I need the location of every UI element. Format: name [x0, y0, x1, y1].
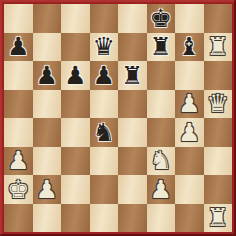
piece-black-pawn[interactable]: ♟	[90, 61, 119, 90]
square-a6[interactable]	[4, 61, 33, 90]
piece-white-pawn[interactable]: ♟	[33, 175, 62, 204]
square-a1[interactable]	[4, 204, 33, 233]
square-f5[interactable]	[147, 90, 176, 119]
square-b7[interactable]	[33, 33, 62, 62]
square-a3[interactable]: ♟	[4, 147, 33, 176]
square-g3[interactable]	[175, 147, 204, 176]
square-c5[interactable]	[61, 90, 90, 119]
square-c7[interactable]	[61, 33, 90, 62]
square-d5[interactable]	[90, 90, 119, 119]
square-g4[interactable]: ♟	[175, 118, 204, 147]
square-e3[interactable]	[118, 147, 147, 176]
square-d7[interactable]: ♛	[90, 33, 119, 62]
square-c8[interactable]	[61, 4, 90, 33]
piece-white-rook[interactable]: ♜	[204, 204, 233, 233]
chess-diagram: ♚♟♛♜♝♜♟♟♟♜♟♛♞♟♟♞♚♟♟♜	[0, 0, 236, 236]
square-g1[interactable]	[175, 204, 204, 233]
piece-black-knight[interactable]: ♞	[90, 118, 119, 147]
square-b4[interactable]	[33, 118, 62, 147]
square-g7[interactable]: ♝	[175, 33, 204, 62]
square-d4[interactable]: ♞	[90, 118, 119, 147]
square-b1[interactable]	[33, 204, 62, 233]
square-b5[interactable]	[33, 90, 62, 119]
square-e4[interactable]	[118, 118, 147, 147]
square-f3[interactable]: ♞	[147, 147, 176, 176]
square-c3[interactable]	[61, 147, 90, 176]
piece-white-pawn[interactable]: ♟	[175, 90, 204, 119]
square-e7[interactable]	[118, 33, 147, 62]
chess-board: ♚♟♛♜♝♜♟♟♟♜♟♛♞♟♟♞♚♟♟♜	[4, 4, 232, 232]
square-f6[interactable]	[147, 61, 176, 90]
square-a2[interactable]: ♚	[4, 175, 33, 204]
square-h4[interactable]	[204, 118, 233, 147]
piece-white-knight[interactable]: ♞	[147, 147, 176, 176]
square-d2[interactable]	[90, 175, 119, 204]
square-h6[interactable]	[204, 61, 233, 90]
piece-black-bishop[interactable]: ♝	[175, 33, 204, 62]
square-e6[interactable]: ♜	[118, 61, 147, 90]
square-f2[interactable]: ♟	[147, 175, 176, 204]
square-h1[interactable]: ♜	[204, 204, 233, 233]
square-f8[interactable]: ♚	[147, 4, 176, 33]
square-a4[interactable]	[4, 118, 33, 147]
square-e8[interactable]	[118, 4, 147, 33]
piece-black-rook[interactable]: ♜	[147, 33, 176, 62]
piece-white-pawn[interactable]: ♟	[147, 175, 176, 204]
square-e5[interactable]	[118, 90, 147, 119]
square-c6[interactable]: ♟	[61, 61, 90, 90]
square-b2[interactable]: ♟	[33, 175, 62, 204]
square-e1[interactable]	[118, 204, 147, 233]
piece-black-pawn[interactable]: ♟	[4, 33, 33, 62]
square-h7[interactable]: ♜	[204, 33, 233, 62]
square-a5[interactable]	[4, 90, 33, 119]
square-g6[interactable]	[175, 61, 204, 90]
piece-white-queen[interactable]: ♛	[204, 90, 233, 119]
square-d6[interactable]: ♟	[90, 61, 119, 90]
square-h8[interactable]	[204, 4, 233, 33]
square-h2[interactable]	[204, 175, 233, 204]
square-a7[interactable]: ♟	[4, 33, 33, 62]
square-g2[interactable]	[175, 175, 204, 204]
square-g5[interactable]: ♟	[175, 90, 204, 119]
square-f4[interactable]	[147, 118, 176, 147]
piece-black-pawn[interactable]: ♟	[61, 61, 90, 90]
square-c4[interactable]	[61, 118, 90, 147]
square-a8[interactable]	[4, 4, 33, 33]
square-c1[interactable]	[61, 204, 90, 233]
piece-white-rook[interactable]: ♜	[204, 33, 233, 62]
square-f1[interactable]	[147, 204, 176, 233]
piece-white-pawn[interactable]: ♟	[4, 147, 33, 176]
piece-white-king[interactable]: ♚	[4, 175, 33, 204]
square-c2[interactable]	[61, 175, 90, 204]
piece-black-king[interactable]: ♚	[147, 4, 176, 33]
piece-black-pawn[interactable]: ♟	[33, 61, 62, 90]
square-d1[interactable]	[90, 204, 119, 233]
square-e2[interactable]	[118, 175, 147, 204]
square-b6[interactable]: ♟	[33, 61, 62, 90]
square-d8[interactable]	[90, 4, 119, 33]
square-g8[interactable]	[175, 4, 204, 33]
square-f7[interactable]: ♜	[147, 33, 176, 62]
piece-white-pawn[interactable]: ♟	[175, 118, 204, 147]
square-h5[interactable]: ♛	[204, 90, 233, 119]
square-d3[interactable]	[90, 147, 119, 176]
piece-black-rook[interactable]: ♜	[118, 61, 147, 90]
square-b8[interactable]	[33, 4, 62, 33]
square-h3[interactable]	[204, 147, 233, 176]
square-b3[interactable]	[33, 147, 62, 176]
board-frame: ♚♟♛♜♝♜♟♟♟♜♟♛♞♟♟♞♚♟♟♜	[0, 0, 236, 236]
piece-black-queen[interactable]: ♛	[90, 33, 119, 62]
